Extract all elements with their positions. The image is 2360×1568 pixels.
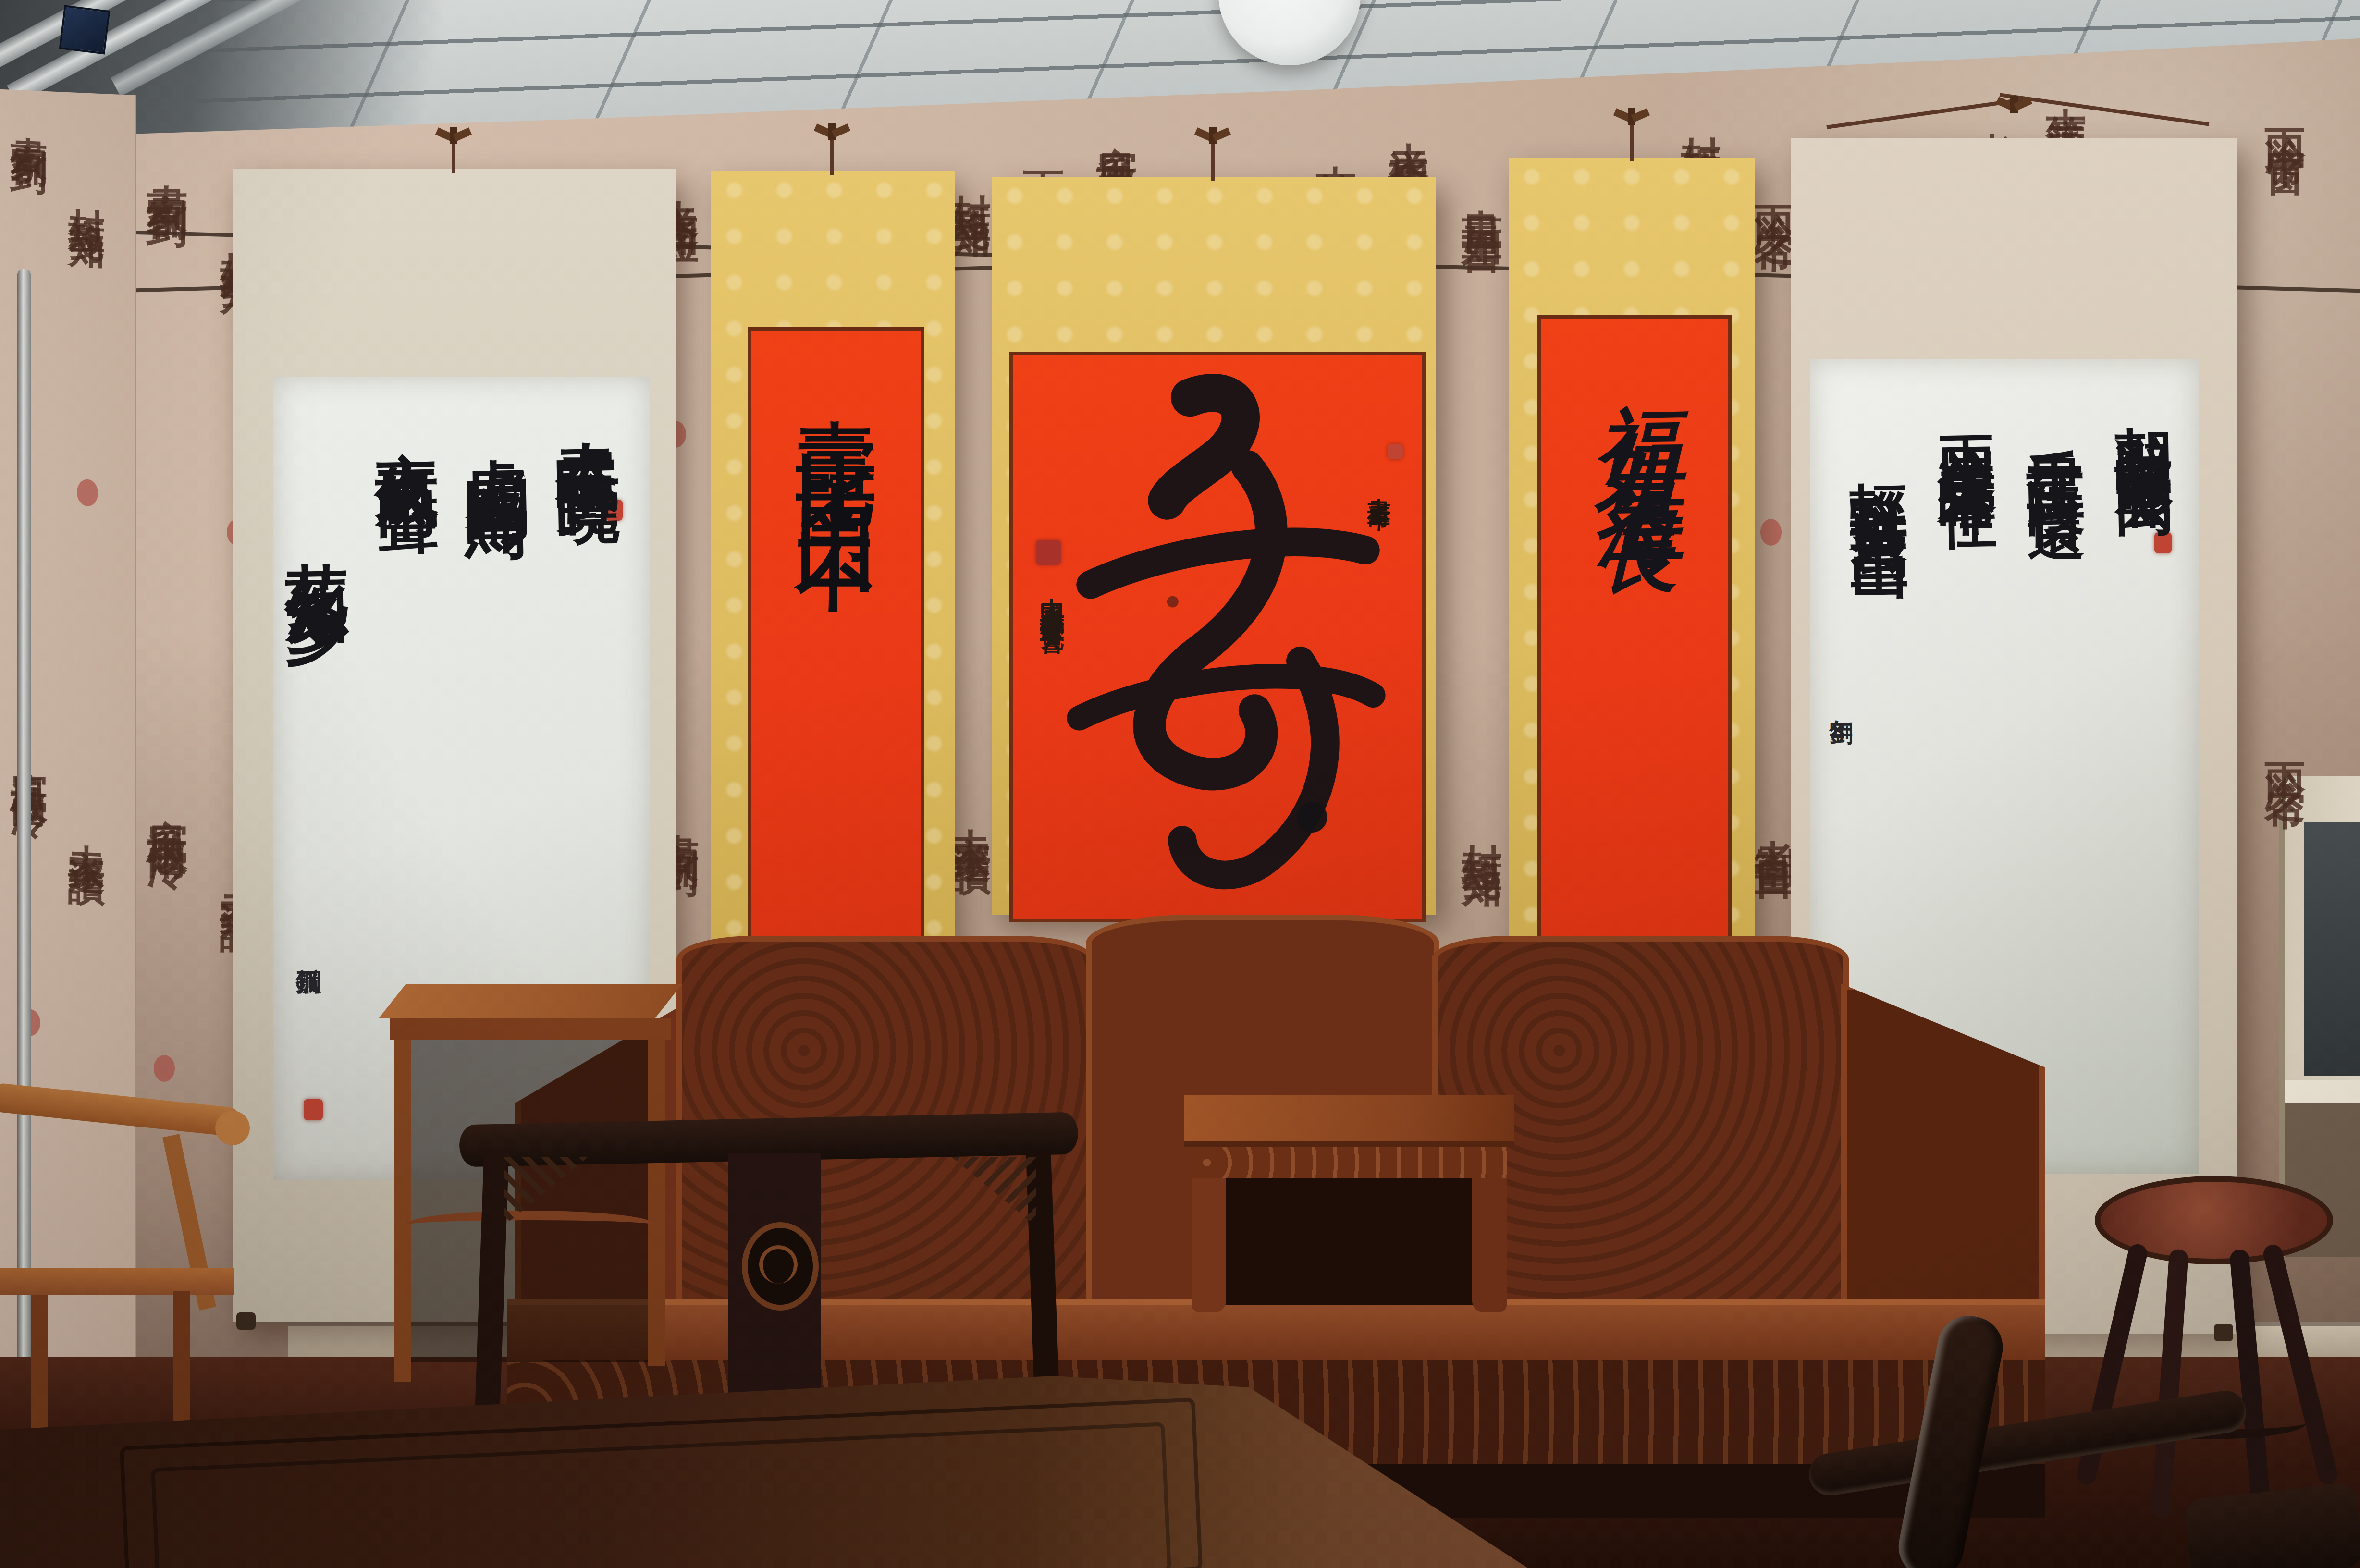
kang-table-opening: [1211, 1178, 1487, 1305]
cord-bow-icon: [2001, 96, 2028, 115]
chair-medallion-carving: [759, 1245, 798, 1284]
scroll-center-longevity: 中國老年書畫研究會 書壽年: [992, 177, 1436, 915]
seal-stamp-icon: [304, 1099, 323, 1120]
scroll-text-column: 夜來風雨聲: [374, 399, 439, 448]
chair-spandrel: [504, 1157, 588, 1226]
side-table-top: [379, 984, 682, 1018]
scroll-text-column: 兩岸猿聲啼不住: [1937, 390, 1995, 458]
dome-lamp-rim: [1230, 50, 1349, 67]
wallpaper-column: 畫日如書: [730, 142, 771, 173]
wallpaper-seal-icon: [77, 479, 98, 507]
wallpaper-column: 雨冷帘窗: [2264, 95, 2304, 126]
scroll-text-column: 處處聞啼鳥: [465, 407, 529, 456]
scroll-text-column: 花落知多少: [284, 511, 348, 560]
armchair-arm-rail: [0, 1082, 243, 1138]
scroll-text-column: 輕舟已過萬重山: [1848, 436, 1907, 504]
photo-stage: 書家劄到窗風破雨冷封短箋知未家遂讀雨冷之帘者劄畫日窗風破雨冷志笑江湖功未家遂讀未…: [0, 0, 2360, 1568]
chair-spandrel: [951, 1157, 1036, 1226]
scroll-text-column: 千里江陵一日還: [2025, 401, 2084, 469]
center-signature: 書壽年: [1368, 478, 1391, 496]
square-seal-icon: [1036, 540, 1061, 565]
wallpaper-column: 窗風破雨冷: [1095, 113, 1136, 152]
armchair-left: [0, 1068, 273, 1464]
window-pane: [2304, 822, 2360, 1076]
kang-table-apron: [1192, 1147, 1507, 1178]
kang-table: [1184, 1095, 1514, 1326]
wallpaper-column: 未家遂讀: [69, 813, 106, 845]
chair-right-dark: [1672, 1268, 2360, 1568]
couplet-red-panel: 福如東海長: [1537, 315, 1732, 972]
wallpaper-column: 志笑江湖功: [2045, 75, 2085, 114]
couplet-red-panel: 壽比南山不: [748, 327, 924, 986]
kang-table-top: [1184, 1095, 1514, 1147]
scroll-text-column: 朝辭白帝彩雲間: [2114, 378, 2172, 446]
wallpaper-column: 志笑江湖功: [1315, 133, 1355, 171]
armchair-arm-scroll: [215, 1111, 250, 1145]
wallpaper-column: 封短箋知: [1461, 811, 1501, 842]
daybed-right-arm-panel: [1841, 984, 2045, 1305]
junction-box: [59, 5, 110, 54]
center-inscription: 中國老年書畫研究會: [1040, 578, 1064, 613]
seal-stamp-icon: [605, 500, 623, 521]
wallpaper-column: 者劄畫日: [1753, 807, 1793, 837]
cord-bow-icon: [1199, 127, 1226, 146]
scroll-text-column: 春眠不覺曉: [555, 392, 619, 441]
side-table-edge: [390, 1018, 671, 1040]
scroll-left-couplet: 壽比南山不: [711, 171, 955, 978]
wallpaper-column: 畫日如書: [1461, 177, 1501, 208]
wallpaper-column: 未家遂讀: [949, 796, 990, 827]
wallpaper-column: 未遂知短: [1388, 109, 1428, 140]
armchair-leg: [173, 1291, 190, 1441]
wallpaper-column: 窗風破雨冷: [146, 785, 186, 824]
window-sill: [2285, 1080, 2360, 1103]
wallpaper-column: 封短箋知: [69, 179, 106, 211]
wallpaper-column: 雨冷之帘: [1753, 172, 1793, 203]
cord-bow-icon: [1618, 108, 1645, 127]
wallpaper-column: 雨冷之帘: [1022, 138, 1063, 169]
seal-stamp-icon: [2154, 532, 2172, 553]
kang-table-leg: [1472, 1178, 1507, 1312]
couplet-text: 壽比南山不: [796, 354, 876, 507]
shou-character-calligraphy: [1055, 371, 1397, 905]
couplet-text: 福如東海長: [1593, 338, 1676, 483]
cord-bow-icon: [440, 127, 467, 146]
center-red-panel: 中國老年書畫研究會 書壽年: [1009, 352, 1426, 922]
chair-seat-corner: [2183, 1482, 2360, 1568]
seal-stamp-icon: [1388, 444, 1403, 459]
armchair-seat: [0, 1268, 234, 1295]
kang-table-leg: [1192, 1178, 1226, 1312]
wallpaper-column: 書家劄到: [1607, 129, 1647, 159]
wallpaper-column: 封短箋知: [949, 162, 990, 193]
cord-bow-icon: [819, 123, 846, 142]
wallpaper-column: 書家劄到: [146, 151, 186, 182]
wallpaper-column: 書家劄到: [12, 105, 48, 137]
wallpaper-column: 封短箋知: [1680, 104, 1720, 135]
scroll-right-couplet: 福如東海長: [1509, 158, 1755, 965]
side-table-leg: [394, 1040, 411, 1382]
wallpaper-seal-icon: [1760, 518, 1782, 545]
wallpaper-column: 雨冷之帘: [2264, 729, 2304, 760]
chair-arm-rail: [1806, 1388, 2249, 1499]
